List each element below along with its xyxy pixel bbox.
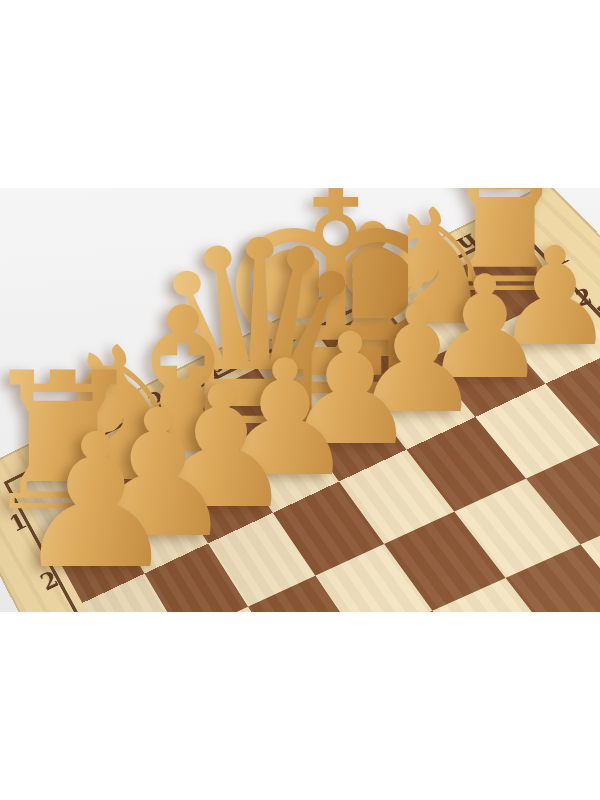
- product-photo-canvas: a b c d e f g h a b c d e f g h 1 2 3 4 …: [0, 0, 600, 800]
- photo-area: a b c d e f g h a b c d e f g h 1 2 3 4 …: [0, 188, 600, 612]
- piece-white-pawn-a2[interactable]: ♟: [0, 410, 196, 595]
